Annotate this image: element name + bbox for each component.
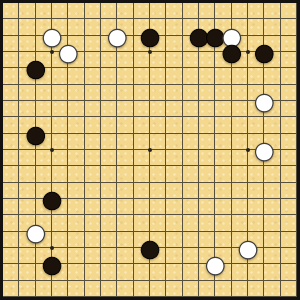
grid-cell xyxy=(150,101,166,117)
grid-cell xyxy=(134,68,150,84)
grid-cell xyxy=(85,199,101,215)
grid-cell xyxy=(215,232,231,248)
grid-cell xyxy=(36,150,52,166)
grid-cell xyxy=(232,117,248,133)
grid-cell xyxy=(134,215,150,231)
grid-cell xyxy=(117,134,133,150)
grid-cell xyxy=(117,281,133,297)
grid-cell xyxy=(117,199,133,215)
black-stone[interactable]: ● xyxy=(223,44,240,61)
grid-cell xyxy=(248,117,264,133)
grid-cell xyxy=(3,3,19,19)
grid-cell xyxy=(232,215,248,231)
grid-cell xyxy=(281,52,297,68)
grid-cell xyxy=(150,150,166,166)
grid-cell xyxy=(68,19,84,35)
grid-cell xyxy=(19,19,35,35)
grid-cell xyxy=(166,183,182,199)
grid-cell xyxy=(150,215,166,231)
grid-cell xyxy=(166,248,182,264)
grid-cell xyxy=(134,134,150,150)
grid-cell xyxy=(19,101,35,117)
grid-cell xyxy=(101,68,117,84)
grid-cell xyxy=(281,3,297,19)
grid-cell xyxy=(183,134,199,150)
grid-cell xyxy=(101,183,117,199)
grid-cell xyxy=(215,3,231,19)
grid-cell xyxy=(19,264,35,280)
grid-cell xyxy=(166,85,182,101)
grid-cell xyxy=(117,248,133,264)
grid-cell xyxy=(183,117,199,133)
grid-cell xyxy=(150,183,166,199)
grid-cell xyxy=(52,68,68,84)
grid-cell xyxy=(3,101,19,117)
grid-cell xyxy=(117,215,133,231)
grid-cell xyxy=(68,150,84,166)
grid-cell xyxy=(215,150,231,166)
grid-cell xyxy=(183,101,199,117)
grid-cell xyxy=(281,134,297,150)
grid-cell xyxy=(232,3,248,19)
grid-cell xyxy=(3,264,19,280)
grid-cell xyxy=(215,215,231,231)
grid-cell xyxy=(52,281,68,297)
star-point xyxy=(246,50,250,54)
grid-cell xyxy=(19,248,35,264)
white-stone[interactable]: ● xyxy=(256,142,273,159)
grid-cell xyxy=(85,264,101,280)
grid-cell xyxy=(183,85,199,101)
grid-cell xyxy=(19,85,35,101)
grid-cell xyxy=(68,248,84,264)
grid-cell xyxy=(281,215,297,231)
grid-cell xyxy=(150,3,166,19)
grid-cell xyxy=(85,85,101,101)
grid-cell xyxy=(232,183,248,199)
grid-cell xyxy=(215,117,231,133)
grid-cell xyxy=(264,68,280,84)
grid-cell xyxy=(232,68,248,84)
grid-cell xyxy=(101,134,117,150)
grid-cell xyxy=(85,281,101,297)
grid-cell xyxy=(166,52,182,68)
grid-cell xyxy=(232,199,248,215)
grid-cell xyxy=(85,215,101,231)
white-stone[interactable]: ● xyxy=(256,93,273,110)
grid-cell xyxy=(150,199,166,215)
grid-cell xyxy=(281,150,297,166)
grid-cell xyxy=(117,264,133,280)
grid-cell xyxy=(166,166,182,182)
grid-cell xyxy=(68,264,84,280)
grid-cell xyxy=(52,3,68,19)
grid-cell xyxy=(52,85,68,101)
grid-cell xyxy=(150,166,166,182)
black-stone[interactable]: ● xyxy=(142,240,159,257)
grid-cell xyxy=(117,68,133,84)
grid-cell xyxy=(199,150,215,166)
grid-cell xyxy=(199,101,215,117)
black-stone[interactable]: ● xyxy=(142,27,159,44)
grid-cell xyxy=(117,166,133,182)
grid-cell xyxy=(68,134,84,150)
grid-cell xyxy=(166,36,182,52)
grid-cell xyxy=(232,85,248,101)
grid-cell xyxy=(68,232,84,248)
grid-cell xyxy=(183,166,199,182)
grid-cell xyxy=(101,85,117,101)
grid-cell xyxy=(215,183,231,199)
grid-cell xyxy=(68,117,84,133)
grid-cell xyxy=(183,248,199,264)
grid-cell xyxy=(85,19,101,35)
grid-cell xyxy=(101,199,117,215)
grid-cell xyxy=(150,281,166,297)
grid-cell xyxy=(36,166,52,182)
grid-cell xyxy=(85,117,101,133)
grid-cell xyxy=(68,85,84,101)
grid-cell xyxy=(101,117,117,133)
white-stone[interactable]: ● xyxy=(240,240,257,257)
grid-cell xyxy=(68,183,84,199)
grid-cell xyxy=(134,281,150,297)
grid-cell xyxy=(19,183,35,199)
grid-cell xyxy=(199,3,215,19)
grid-cell xyxy=(52,117,68,133)
grid-cell xyxy=(3,281,19,297)
grid-cell xyxy=(3,85,19,101)
grid-cell xyxy=(101,166,117,182)
grid-cell xyxy=(68,215,84,231)
grid-cell xyxy=(199,166,215,182)
white-stone[interactable]: ● xyxy=(109,27,126,44)
grid-cell xyxy=(19,3,35,19)
grid-cell xyxy=(134,117,150,133)
grid-cell xyxy=(232,150,248,166)
grid-cell xyxy=(101,232,117,248)
grid-cell xyxy=(264,281,280,297)
grid-cell xyxy=(199,52,215,68)
grid-cell xyxy=(134,101,150,117)
grid-cell xyxy=(166,101,182,117)
grid-cell xyxy=(52,232,68,248)
grid-cell xyxy=(281,166,297,182)
black-stone[interactable]: ● xyxy=(27,125,44,142)
grid-cell xyxy=(232,166,248,182)
grid-cell xyxy=(166,215,182,231)
grid-cell xyxy=(264,183,280,199)
grid-cell xyxy=(117,117,133,133)
star-point xyxy=(50,148,54,152)
grid-cell xyxy=(264,232,280,248)
grid-cell xyxy=(264,117,280,133)
grid-cell xyxy=(3,117,19,133)
grid-cell xyxy=(85,248,101,264)
grid-cell xyxy=(19,199,35,215)
grid-cell xyxy=(281,101,297,117)
grid-cell xyxy=(19,166,35,182)
grid-cell xyxy=(166,150,182,166)
star-point xyxy=(50,246,54,250)
grid-cell xyxy=(166,68,182,84)
grid-cell xyxy=(85,166,101,182)
grid-cell xyxy=(85,134,101,150)
grid-cell xyxy=(150,52,166,68)
grid-cell xyxy=(134,3,150,19)
grid-cell xyxy=(68,281,84,297)
grid-cell xyxy=(150,117,166,133)
grid-cell xyxy=(52,134,68,150)
grid-cell xyxy=(281,232,297,248)
grid-cell xyxy=(134,166,150,182)
grid-cell xyxy=(52,166,68,182)
grid-cell xyxy=(183,264,199,280)
grid-cell xyxy=(150,85,166,101)
grid-cell xyxy=(3,36,19,52)
grid-cell xyxy=(183,52,199,68)
black-stone[interactable]: ● xyxy=(256,44,273,61)
star-point xyxy=(246,148,250,152)
grid-cell xyxy=(199,117,215,133)
grid-cell xyxy=(281,281,297,297)
grid-cell xyxy=(215,199,231,215)
grid-cell xyxy=(232,264,248,280)
black-stone[interactable]: ● xyxy=(44,256,61,273)
grid-cell xyxy=(264,199,280,215)
grid-cell xyxy=(117,85,133,101)
grid-cell xyxy=(281,248,297,264)
grid-cell xyxy=(3,232,19,248)
grid-cell xyxy=(101,281,117,297)
grid-cell xyxy=(3,68,19,84)
grid-cell xyxy=(117,3,133,19)
grid-cell xyxy=(199,199,215,215)
grid-cell xyxy=(3,19,19,35)
grid-cell xyxy=(232,134,248,150)
grid-cell xyxy=(134,150,150,166)
grid-cell xyxy=(150,134,166,150)
grid-cell xyxy=(215,281,231,297)
grid-cell xyxy=(215,166,231,182)
grid-cell xyxy=(134,52,150,68)
grid-cell xyxy=(3,150,19,166)
grid-cell xyxy=(85,52,101,68)
grid-cell xyxy=(85,183,101,199)
grid-cell xyxy=(85,232,101,248)
grid-cell xyxy=(36,281,52,297)
white-stone[interactable]: ● xyxy=(60,44,77,61)
grid-cell xyxy=(166,199,182,215)
grid-cell xyxy=(215,101,231,117)
grid-cell xyxy=(199,85,215,101)
grid-cell xyxy=(264,215,280,231)
grid-cell xyxy=(117,101,133,117)
grid-cell xyxy=(85,36,101,52)
grid-cell xyxy=(134,85,150,101)
grid-cell xyxy=(101,264,117,280)
grid-cell xyxy=(166,281,182,297)
grid-cell xyxy=(166,264,182,280)
white-stone[interactable]: ● xyxy=(207,256,224,273)
grid-cell xyxy=(101,215,117,231)
grid-cell xyxy=(68,101,84,117)
grid-cell xyxy=(166,232,182,248)
grid-cell xyxy=(117,232,133,248)
black-stone[interactable]: ● xyxy=(27,60,44,77)
grid-cell xyxy=(52,215,68,231)
grid-cell xyxy=(150,264,166,280)
grid-cell xyxy=(134,264,150,280)
grid-cell xyxy=(101,101,117,117)
grid-cell xyxy=(3,199,19,215)
grid-cell xyxy=(199,134,215,150)
grid-cell xyxy=(248,215,264,231)
grid-cell xyxy=(281,264,297,280)
grid-cell xyxy=(281,36,297,52)
grid-cell xyxy=(101,150,117,166)
grid-cell xyxy=(281,183,297,199)
grid-cell xyxy=(264,19,280,35)
black-stone[interactable]: ● xyxy=(44,191,61,208)
grid-cell xyxy=(183,281,199,297)
grid-cell xyxy=(134,199,150,215)
grid-cell xyxy=(101,3,117,19)
grid-cell xyxy=(248,166,264,182)
grid-cell xyxy=(264,248,280,264)
grid-cell xyxy=(183,215,199,231)
grid-cell xyxy=(199,183,215,199)
grid-cell xyxy=(19,150,35,166)
grid-cell xyxy=(248,68,264,84)
grid-cell xyxy=(134,183,150,199)
grid-cell xyxy=(248,199,264,215)
grid-cell xyxy=(68,3,84,19)
grid-cell xyxy=(3,215,19,231)
grid-cell xyxy=(3,248,19,264)
grid-cell xyxy=(3,134,19,150)
grid-cell xyxy=(117,52,133,68)
grid-cell xyxy=(248,281,264,297)
grid-cell xyxy=(166,19,182,35)
grid-cell xyxy=(248,183,264,199)
grid-cell xyxy=(52,150,68,166)
grid-cell xyxy=(19,36,35,52)
grid-cell xyxy=(68,68,84,84)
grid-cell xyxy=(264,3,280,19)
grid-cell xyxy=(101,248,117,264)
grid-cell xyxy=(85,101,101,117)
grid-cell xyxy=(183,232,199,248)
grid-cell xyxy=(19,281,35,297)
grid-cell xyxy=(183,150,199,166)
star-point xyxy=(148,148,152,152)
grid-cell xyxy=(68,166,84,182)
grid-cell xyxy=(3,52,19,68)
grid-cell xyxy=(166,117,182,133)
grid-cell xyxy=(199,281,215,297)
grid-cell xyxy=(36,3,52,19)
grid-cell xyxy=(183,68,199,84)
grid-cell xyxy=(85,3,101,19)
star-point xyxy=(148,50,152,54)
white-stone[interactable]: ● xyxy=(27,223,44,240)
grid-cell xyxy=(215,68,231,84)
grid-cell xyxy=(264,166,280,182)
grid-cell xyxy=(3,183,19,199)
grid-cell xyxy=(101,52,117,68)
grid-cell xyxy=(36,85,52,101)
grid-cell xyxy=(215,85,231,101)
grid-cell xyxy=(281,199,297,215)
grid-cell xyxy=(232,281,248,297)
grid-cell xyxy=(183,183,199,199)
grid-cell xyxy=(248,3,264,19)
grid-cell xyxy=(264,264,280,280)
grid-cell xyxy=(52,101,68,117)
grid-cell xyxy=(281,117,297,133)
grid-cell xyxy=(281,68,297,84)
grid-cell xyxy=(166,3,182,19)
grid-cell xyxy=(85,150,101,166)
grid-cell xyxy=(3,166,19,182)
grid-cell xyxy=(68,199,84,215)
grid-cell xyxy=(117,150,133,166)
grid-cell xyxy=(215,134,231,150)
grid-cell xyxy=(85,68,101,84)
grid-cell xyxy=(166,134,182,150)
grid-cell xyxy=(150,68,166,84)
star-point xyxy=(50,50,54,54)
grid-cell xyxy=(199,68,215,84)
grid-cell xyxy=(183,199,199,215)
grid-cell xyxy=(199,215,215,231)
grid-cell xyxy=(117,183,133,199)
grid-cell xyxy=(281,85,297,101)
grid-cell xyxy=(248,264,264,280)
grid-cell xyxy=(199,232,215,248)
go-board: ●●●●●●●●●●●●●●●●●●● xyxy=(0,0,300,300)
grid-cell xyxy=(281,19,297,35)
grid-cell xyxy=(36,101,52,117)
grid-cell xyxy=(183,3,199,19)
grid-cell xyxy=(248,19,264,35)
grid-cell xyxy=(232,101,248,117)
